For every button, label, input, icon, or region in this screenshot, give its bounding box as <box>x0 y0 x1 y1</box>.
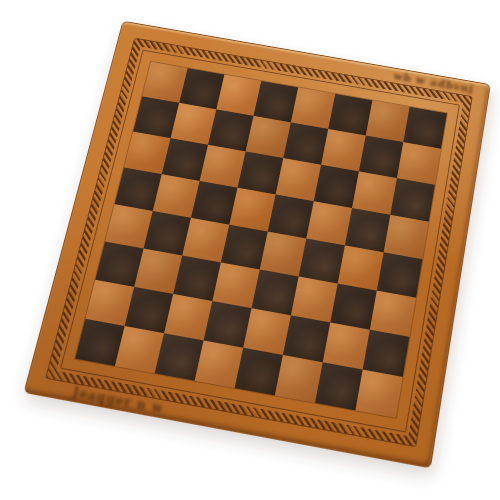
square-g2 <box>323 322 370 369</box>
square-h2 <box>363 330 410 377</box>
square-g3 <box>330 284 377 330</box>
square-h3 <box>370 291 416 337</box>
square-h1 <box>355 370 402 418</box>
chess-board[interactable]: wb w adbvnj Jeaqger n w <box>23 21 490 469</box>
product-photo-canvas: wb w adbvnj Jeaqger n w <box>0 0 500 500</box>
